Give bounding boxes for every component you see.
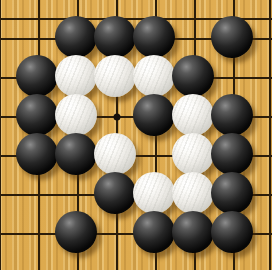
grid-line-vertical	[0, 0, 1, 270]
white-stone	[94, 55, 136, 97]
black-stone	[211, 172, 253, 214]
black-stone	[16, 133, 58, 175]
black-stone	[55, 133, 97, 175]
black-stone	[55, 16, 97, 58]
black-stone	[133, 94, 175, 136]
black-stone	[55, 211, 97, 253]
white-stone	[172, 94, 214, 136]
black-stone	[94, 172, 136, 214]
black-stone	[211, 94, 253, 136]
star-point	[114, 114, 121, 121]
white-stone	[172, 172, 214, 214]
black-stone	[16, 94, 58, 136]
black-stone	[133, 16, 175, 58]
go-board[interactable]	[0, 0, 272, 270]
white-stone	[133, 172, 175, 214]
black-stone	[211, 16, 253, 58]
black-stone	[211, 211, 253, 253]
white-stone	[94, 133, 136, 175]
black-stone	[133, 211, 175, 253]
black-stone	[172, 55, 214, 97]
black-stone	[16, 55, 58, 97]
black-stone	[94, 16, 136, 58]
black-stone	[172, 211, 214, 253]
black-stone	[211, 133, 253, 175]
white-stone	[133, 55, 175, 97]
grid-line-vertical	[269, 0, 271, 270]
white-stone	[55, 55, 97, 97]
white-stone	[172, 133, 214, 175]
go-board-screenshot	[0, 0, 272, 270]
white-stone	[55, 94, 97, 136]
